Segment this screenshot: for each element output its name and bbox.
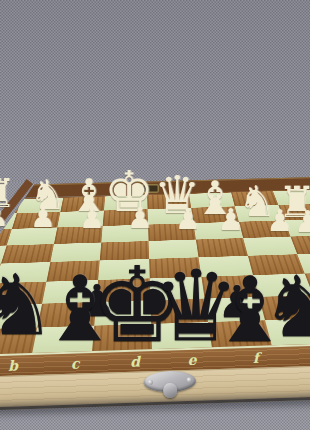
chess-set-photo: b c d e f ♜♞♝♚♛♝♞♜♟♟♟♟♟♟♟♟♟♟♞♝♚♛♝♞ (0, 0, 310, 430)
pieces-layer: ♜♞♝♚♛♝♞♜♟♟♟♟♟♟♟♟♟♟♞♝♚♛♝♞ (0, 0, 310, 430)
white-pawn-h[interactable]: ♟ (295, 207, 310, 237)
white-pawn-b[interactable]: ♟ (30, 203, 56, 232)
white-pawn-f[interactable]: ♟ (218, 205, 245, 235)
white-pawn-d[interactable]: ♟ (127, 204, 153, 233)
white-pawn-e[interactable]: ♟ (175, 205, 201, 234)
white-pawn-c[interactable]: ♟ (79, 204, 105, 233)
black-knight-g[interactable]: ♞ (261, 264, 310, 349)
white-pawn-a[interactable]: ♟ (0, 202, 9, 231)
white-pawn-g[interactable]: ♟ (267, 206, 294, 236)
